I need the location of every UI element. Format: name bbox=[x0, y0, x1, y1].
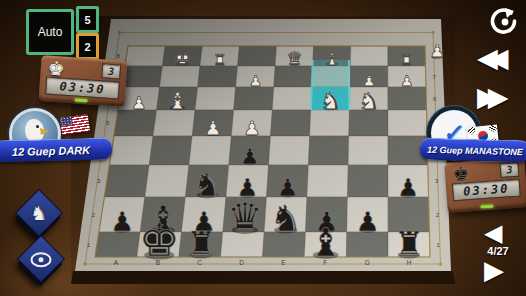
square-e6[interactable] bbox=[272, 87, 312, 110]
piece-black-p-g2[interactable]: ♟ bbox=[356, 206, 380, 237]
piece-black-p-d4[interactable]: ♟ bbox=[240, 144, 260, 169]
piece-white-n-g6[interactable]: ♞ bbox=[358, 88, 379, 114]
knight-cube-button[interactable]: ♞ bbox=[15, 190, 61, 236]
piece-white-b-b6[interactable]: ♝ bbox=[167, 88, 188, 114]
piece-white-p-a6[interactable]: ♟ bbox=[131, 93, 146, 113]
square-b5[interactable] bbox=[153, 110, 195, 136]
file-label-E: E bbox=[281, 259, 286, 266]
white-delay-display: 3 bbox=[101, 63, 121, 79]
square-a3[interactable] bbox=[104, 165, 149, 197]
black-time-display: 03:30 bbox=[452, 179, 521, 202]
square-b3[interactable] bbox=[145, 165, 189, 197]
square-f3[interactable] bbox=[307, 165, 348, 197]
square-c7[interactable] bbox=[198, 66, 238, 87]
square-a4[interactable] bbox=[109, 136, 153, 165]
file-label-D: D bbox=[239, 259, 244, 266]
file-label-A: A bbox=[114, 259, 119, 266]
auto-button[interactable]: Auto bbox=[26, 9, 74, 55]
piece-white-p-c5[interactable]: ♟ bbox=[204, 117, 221, 140]
knight-brush-icon: ♞ bbox=[30, 202, 47, 224]
captured-white-pawn: ♟ bbox=[429, 41, 444, 61]
piece-black-n-e2[interactable]: ♞ bbox=[270, 198, 302, 239]
square-a5[interactable] bbox=[114, 110, 157, 136]
square-g8[interactable] bbox=[350, 46, 388, 66]
step-back-button[interactable]: ◀ bbox=[484, 221, 502, 245]
piece-black-n-c3[interactable]: ♞ bbox=[193, 166, 222, 204]
piece-white-n-f6[interactable]: ♞ bbox=[320, 88, 341, 114]
white-clock: ♚ 3 03:30 bbox=[39, 55, 128, 107]
square-b4[interactable] bbox=[149, 136, 192, 165]
piece-white-p-d5[interactable]: ♟ bbox=[243, 117, 260, 140]
square-e7[interactable] bbox=[274, 66, 313, 87]
piece-black-q-d2[interactable]: ♛ bbox=[227, 194, 263, 240]
piece-white-p-h7[interactable]: ♟ bbox=[400, 72, 413, 89]
square-g5[interactable] bbox=[349, 110, 388, 136]
square-a7[interactable] bbox=[122, 66, 163, 87]
piece-white-k-b8[interactable]: ♚ bbox=[174, 47, 191, 70]
rewind-button[interactable]: ◀◀ bbox=[477, 44, 499, 71]
step-forward-button[interactable]: ▶ bbox=[484, 257, 504, 283]
file-label-G: G bbox=[365, 259, 370, 266]
square-g3[interactable] bbox=[348, 165, 389, 197]
piece-black-r-h1[interactable]: ♜ bbox=[394, 224, 425, 264]
piece-black-k-b1[interactable]: ♚ bbox=[139, 214, 180, 267]
fast-forward-button[interactable]: ▶▶ bbox=[477, 83, 499, 110]
piece-white-q-e8[interactable]: ♛ bbox=[286, 48, 303, 69]
right-player-name: 12 Guep MANASTONE bbox=[420, 138, 526, 163]
piece-black-r-c1[interactable]: ♜ bbox=[186, 224, 217, 264]
piece-black-p-a2[interactable]: ♟ bbox=[110, 206, 134, 237]
square-g4[interactable] bbox=[348, 136, 388, 165]
piece-white-b-f8[interactable]: ♝ bbox=[324, 50, 339, 69]
auto-count-badge[interactable]: 5 bbox=[76, 6, 99, 33]
square-c6[interactable] bbox=[195, 87, 236, 110]
piece-black-p-h3[interactable]: ♟ bbox=[397, 174, 419, 202]
black-delay-display: 3 bbox=[499, 162, 519, 178]
square-d8[interactable] bbox=[238, 46, 277, 66]
left-player-name: 12 Guep DARK bbox=[0, 137, 112, 162]
square-f5[interactable] bbox=[310, 110, 350, 136]
square-d6[interactable] bbox=[234, 87, 274, 110]
square-c4[interactable] bbox=[189, 136, 231, 165]
white-clock-led bbox=[75, 98, 88, 102]
square-a8[interactable] bbox=[125, 46, 165, 66]
level-badge[interactable]: 2 bbox=[76, 33, 99, 60]
piece-black-b-f1[interactable]: ♝ bbox=[308, 220, 343, 265]
square-e4[interactable] bbox=[269, 136, 310, 165]
eye-cube-button[interactable] bbox=[17, 236, 63, 282]
square-e5[interactable] bbox=[271, 110, 311, 136]
square-h6[interactable] bbox=[388, 87, 427, 110]
black-clock: ♚ 3 03:30 bbox=[444, 157, 526, 212]
black-clock-led bbox=[480, 205, 493, 209]
white-time-display: 03:30 bbox=[45, 76, 120, 99]
piece-white-p-g7[interactable]: ♟ bbox=[362, 72, 375, 89]
square-h5[interactable] bbox=[388, 110, 427, 136]
rotate-undo-button[interactable] bbox=[487, 6, 519, 38]
square-f4[interactable] bbox=[308, 136, 348, 165]
eye-icon bbox=[31, 252, 52, 267]
piece-white-p-d7[interactable]: ♟ bbox=[249, 72, 262, 89]
piece-white-r-c8[interactable]: ♜ bbox=[213, 51, 226, 68]
piece-white-r-h8[interactable]: ♜ bbox=[400, 51, 413, 68]
